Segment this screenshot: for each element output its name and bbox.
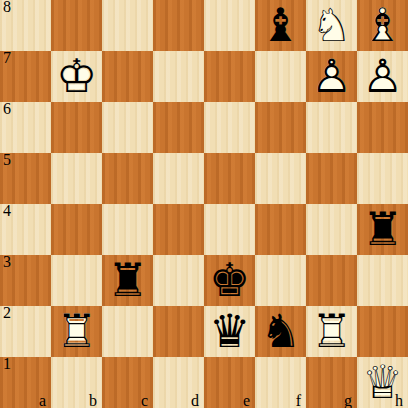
square-h7[interactable]: ♟♙	[357, 51, 408, 102]
file-label-b: b	[89, 392, 97, 408]
square-f6[interactable]	[255, 102, 306, 153]
black-king[interactable]: ♚	[204, 255, 255, 306]
square-c5[interactable]	[102, 153, 153, 204]
square-e8[interactable]	[204, 0, 255, 51]
square-a8[interactable]: 8	[0, 0, 51, 51]
square-e5[interactable]	[204, 153, 255, 204]
square-h1[interactable]: h♛♕	[357, 357, 408, 408]
square-g3[interactable]	[306, 255, 357, 306]
square-h8[interactable]: ♝♗	[357, 0, 408, 51]
square-c8[interactable]	[102, 0, 153, 51]
rank-label-5: 5	[3, 151, 11, 169]
square-c7[interactable]	[102, 51, 153, 102]
square-f7[interactable]	[255, 51, 306, 102]
square-b8[interactable]	[51, 0, 102, 51]
file-label-e: e	[243, 392, 250, 408]
square-e6[interactable]	[204, 102, 255, 153]
square-e3[interactable]: ♚	[204, 255, 255, 306]
rank-label-2: 2	[3, 304, 11, 322]
square-b5[interactable]	[51, 153, 102, 204]
square-c3[interactable]: ♜	[102, 255, 153, 306]
white-rook-outline: ♖	[51, 306, 102, 357]
black-knight[interactable]: ♞	[255, 306, 306, 357]
white-queen-outline: ♕	[357, 357, 408, 408]
file-label-c: c	[141, 392, 148, 408]
file-label-g: g	[344, 392, 352, 408]
white-pawn-outline: ♙	[357, 51, 408, 102]
file-label-a: a	[39, 392, 46, 408]
rank-label-7: 7	[3, 49, 11, 67]
square-e4[interactable]	[204, 204, 255, 255]
square-h5[interactable]	[357, 153, 408, 204]
square-g4[interactable]	[306, 204, 357, 255]
square-c1[interactable]: c	[102, 357, 153, 408]
white-bishop[interactable]: ♝♗	[357, 0, 408, 51]
square-a6[interactable]: 6	[0, 102, 51, 153]
black-bishop[interactable]: ♝	[255, 0, 306, 51]
rank-label-4: 4	[3, 202, 11, 220]
square-c4[interactable]	[102, 204, 153, 255]
white-pawn[interactable]: ♟♙	[306, 51, 357, 102]
black-rook[interactable]: ♜	[357, 204, 408, 255]
square-e2[interactable]: ♛	[204, 306, 255, 357]
square-g5[interactable]	[306, 153, 357, 204]
square-d3[interactable]	[153, 255, 204, 306]
square-b1[interactable]: b	[51, 357, 102, 408]
rank-label-8: 8	[3, 0, 11, 16]
square-g6[interactable]	[306, 102, 357, 153]
square-b2[interactable]: ♜♖	[51, 306, 102, 357]
white-rook[interactable]: ♜♖	[51, 306, 102, 357]
square-f2[interactable]: ♞	[255, 306, 306, 357]
black-knight-glyph: ♞	[255, 306, 306, 357]
square-a5[interactable]: 5	[0, 153, 51, 204]
square-f4[interactable]	[255, 204, 306, 255]
square-b6[interactable]	[51, 102, 102, 153]
white-king[interactable]: ♚♔	[51, 51, 102, 102]
white-queen[interactable]: ♛♕	[357, 357, 408, 408]
square-b3[interactable]	[51, 255, 102, 306]
white-rook-outline: ♖	[306, 306, 357, 357]
square-c6[interactable]	[102, 102, 153, 153]
square-a2[interactable]: 2	[0, 306, 51, 357]
black-rook-glyph: ♜	[357, 204, 408, 255]
white-pawn-outline: ♙	[306, 51, 357, 102]
square-d6[interactable]	[153, 102, 204, 153]
chess-board: 8♝♞♘♝♗7♚♔♟♙♟♙654♜3♜♚2♜♖♛♞♜♖1abcdefgh♛♕	[0, 0, 408, 408]
square-a3[interactable]: 3	[0, 255, 51, 306]
black-bishop-glyph: ♝	[255, 0, 306, 51]
square-a7[interactable]: 7	[0, 51, 51, 102]
rank-label-3: 3	[3, 253, 11, 271]
square-f1[interactable]: f	[255, 357, 306, 408]
black-queen-glyph: ♛	[204, 306, 255, 357]
file-label-f: f	[296, 392, 301, 408]
square-h3[interactable]	[357, 255, 408, 306]
square-g2[interactable]: ♜♖	[306, 306, 357, 357]
file-label-d: d	[191, 392, 199, 408]
white-rook[interactable]: ♜♖	[306, 306, 357, 357]
square-a1[interactable]: 1a	[0, 357, 51, 408]
square-e1[interactable]: e	[204, 357, 255, 408]
black-rook-glyph: ♜	[102, 255, 153, 306]
square-f5[interactable]	[255, 153, 306, 204]
square-d5[interactable]	[153, 153, 204, 204]
square-e7[interactable]	[204, 51, 255, 102]
square-g8[interactable]: ♞♘	[306, 0, 357, 51]
square-b4[interactable]	[51, 204, 102, 255]
white-knight-outline: ♘	[306, 0, 357, 51]
white-bishop-outline: ♗	[357, 0, 408, 51]
black-rook[interactable]: ♜	[102, 255, 153, 306]
square-f8[interactable]: ♝	[255, 0, 306, 51]
black-king-glyph: ♚	[204, 255, 255, 306]
square-d1[interactable]: d	[153, 357, 204, 408]
square-c2[interactable]	[102, 306, 153, 357]
square-d2[interactable]	[153, 306, 204, 357]
square-f3[interactable]	[255, 255, 306, 306]
square-d8[interactable]	[153, 0, 204, 51]
white-king-outline: ♔	[51, 51, 102, 102]
square-a4[interactable]: 4	[0, 204, 51, 255]
square-h6[interactable]	[357, 102, 408, 153]
black-queen[interactable]: ♛	[204, 306, 255, 357]
square-b7[interactable]: ♚♔	[51, 51, 102, 102]
square-g7[interactable]: ♟♙	[306, 51, 357, 102]
rank-label-1: 1	[3, 355, 11, 373]
white-pawn[interactable]: ♟♙	[357, 51, 408, 102]
square-d7[interactable]	[153, 51, 204, 102]
square-h4[interactable]: ♜	[357, 204, 408, 255]
square-d4[interactable]	[153, 204, 204, 255]
square-h2[interactable]	[357, 306, 408, 357]
square-g1[interactable]: g	[306, 357, 357, 408]
white-knight[interactable]: ♞♘	[306, 0, 357, 51]
rank-label-6: 6	[3, 100, 11, 118]
